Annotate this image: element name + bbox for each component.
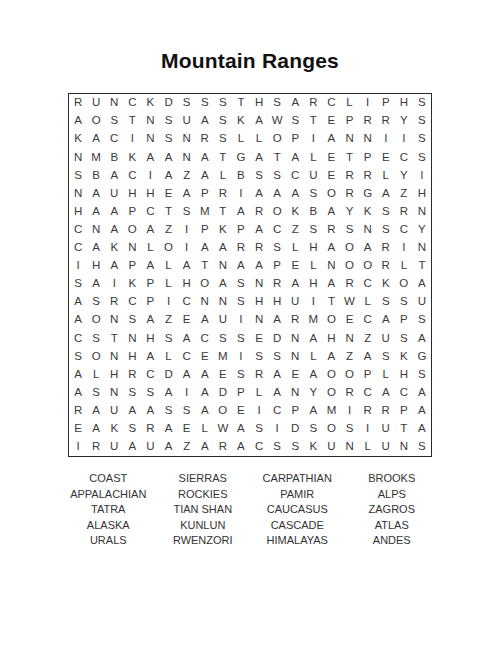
grid-cell-r15c11[interactable]: S: [250, 347, 268, 365]
grid-cell-r12c17[interactable]: L: [359, 293, 377, 311]
grid-cell-r5c10[interactable]: B: [232, 166, 250, 184]
grid-cell-r9c7[interactable]: I: [178, 239, 196, 257]
grid-cell-r14c20[interactable]: A: [413, 329, 431, 347]
grid-cell-r11c3[interactable]: I: [105, 275, 123, 293]
grid-cell-r13c12[interactable]: A: [268, 311, 286, 329]
grid-cell-r16c15[interactable]: O: [322, 366, 340, 384]
grid-cell-r1c3[interactable]: N: [105, 94, 123, 112]
grid-cell-r20c19[interactable]: N: [395, 438, 413, 456]
grid-cell-r7c16[interactable]: Y: [341, 203, 359, 221]
grid-cell-r12c12[interactable]: H: [268, 293, 286, 311]
grid-cell-r9c2[interactable]: A: [87, 239, 105, 257]
grid-cell-r20c3[interactable]: U: [105, 438, 123, 456]
grid-cell-r13c8[interactable]: A: [196, 311, 214, 329]
grid-cell-r20c15[interactable]: U: [322, 438, 340, 456]
grid-cell-r12c8[interactable]: N: [196, 293, 214, 311]
grid-cell-r4c3[interactable]: B: [105, 148, 123, 166]
grid-cell-r14c11[interactable]: E: [250, 329, 268, 347]
grid-cell-r18c20[interactable]: A: [413, 402, 431, 420]
grid-cell-r9c8[interactable]: A: [196, 239, 214, 257]
grid-cell-r1c5[interactable]: K: [141, 94, 159, 112]
grid-cell-r6c1[interactable]: N: [69, 185, 87, 203]
grid-cell-r3c13[interactable]: P: [286, 130, 304, 148]
grid-cell-r14c9[interactable]: S: [214, 329, 232, 347]
grid-cell-r4c17[interactable]: P: [359, 148, 377, 166]
grid-cell-r3c15[interactable]: A: [322, 130, 340, 148]
grid-cell-r6c16[interactable]: R: [341, 185, 359, 203]
grid-cell-r14c14[interactable]: A: [304, 329, 322, 347]
grid-cell-r2c16[interactable]: P: [341, 112, 359, 130]
grid-cell-r1c2[interactable]: U: [87, 94, 105, 112]
grid-cell-r15c2[interactable]: O: [87, 347, 105, 365]
grid-cell-r19c10[interactable]: A: [232, 420, 250, 438]
grid-cell-r5c9[interactable]: L: [214, 166, 232, 184]
grid-cell-r17c15[interactable]: O: [322, 384, 340, 402]
grid-cell-r6c17[interactable]: G: [359, 185, 377, 203]
grid-cell-r16c8[interactable]: A: [196, 366, 214, 384]
grid-cell-r3c19[interactable]: I: [395, 130, 413, 148]
grid-cell-r2c1[interactable]: A: [69, 112, 87, 130]
grid-cell-r4c7[interactable]: N: [178, 148, 196, 166]
grid-cell-r6c15[interactable]: O: [322, 185, 340, 203]
grid-cell-r20c18[interactable]: U: [377, 438, 395, 456]
grid-cell-r7c4[interactable]: P: [123, 203, 141, 221]
grid-cell-r20c10[interactable]: A: [232, 438, 250, 456]
grid-cell-r14c6[interactable]: S: [160, 329, 178, 347]
grid-cell-r10c18[interactable]: R: [377, 257, 395, 275]
grid-cell-r10c14[interactable]: L: [304, 257, 322, 275]
grid-cell-r16c13[interactable]: E: [286, 366, 304, 384]
grid-cell-r5c8[interactable]: A: [196, 166, 214, 184]
grid-cell-r2c11[interactable]: A: [250, 112, 268, 130]
grid-cell-r19c2[interactable]: A: [87, 420, 105, 438]
grid-cell-r16c5[interactable]: C: [141, 366, 159, 384]
grid-cell-r6c20[interactable]: H: [413, 185, 431, 203]
grid-cell-r18c18[interactable]: R: [377, 402, 395, 420]
grid-cell-r4c8[interactable]: A: [196, 148, 214, 166]
grid-cell-r20c6[interactable]: A: [160, 438, 178, 456]
grid-cell-r17c10[interactable]: P: [232, 384, 250, 402]
grid-cell-r15c20[interactable]: G: [413, 347, 431, 365]
grid-cell-r11c15[interactable]: A: [322, 275, 340, 293]
grid-cell-r17c16[interactable]: R: [341, 384, 359, 402]
grid-cell-r10c8[interactable]: T: [196, 257, 214, 275]
grid-cell-r3c7[interactable]: N: [178, 130, 196, 148]
grid-cell-r11c5[interactable]: P: [141, 275, 159, 293]
grid-cell-r19c14[interactable]: S: [304, 420, 322, 438]
grid-cell-r5c15[interactable]: E: [322, 166, 340, 184]
grid-cell-r18c8[interactable]: A: [196, 402, 214, 420]
grid-cell-r13c15[interactable]: O: [322, 311, 340, 329]
grid-cell-r5c4[interactable]: C: [123, 166, 141, 184]
grid-cell-r4c12[interactable]: T: [268, 148, 286, 166]
grid-cell-r8c12[interactable]: C: [268, 221, 286, 239]
grid-cell-r7c18[interactable]: S: [377, 203, 395, 221]
grid-cell-r11c13[interactable]: A: [286, 275, 304, 293]
grid-cell-r2c8[interactable]: A: [196, 112, 214, 130]
grid-cell-r5c7[interactable]: Z: [178, 166, 196, 184]
grid-cell-r7c9[interactable]: T: [214, 203, 232, 221]
grid-cell-r12c11[interactable]: H: [250, 293, 268, 311]
grid-cell-r1c13[interactable]: A: [286, 94, 304, 112]
grid-cell-r20c1[interactable]: I: [69, 438, 87, 456]
grid-cell-r5c16[interactable]: R: [341, 166, 359, 184]
grid-cell-r12c9[interactable]: N: [214, 293, 232, 311]
grid-cell-r8c17[interactable]: N: [359, 221, 377, 239]
grid-cell-r3c11[interactable]: L: [250, 130, 268, 148]
grid-cell-r13c4[interactable]: S: [123, 311, 141, 329]
grid-cell-r16c16[interactable]: O: [341, 366, 359, 384]
grid-cell-r1c20[interactable]: S: [413, 94, 431, 112]
grid-cell-r15c5[interactable]: A: [141, 347, 159, 365]
grid-cell-r5c2[interactable]: B: [87, 166, 105, 184]
grid-cell-r4c20[interactable]: S: [413, 148, 431, 166]
grid-cell-r17c8[interactable]: A: [196, 384, 214, 402]
grid-cell-r3c5[interactable]: N: [141, 130, 159, 148]
grid-cell-r17c13[interactable]: N: [286, 384, 304, 402]
grid-cell-r18c17[interactable]: R: [359, 402, 377, 420]
grid-cell-r15c17[interactable]: A: [359, 347, 377, 365]
grid-cell-r2c7[interactable]: U: [178, 112, 196, 130]
grid-cell-r8c18[interactable]: S: [377, 221, 395, 239]
grid-cell-r16c11[interactable]: R: [250, 366, 268, 384]
grid-cell-r1c9[interactable]: S: [214, 94, 232, 112]
grid-cell-r5c6[interactable]: A: [160, 166, 178, 184]
grid-cell-r14c12[interactable]: D: [268, 329, 286, 347]
grid-cell-r14c18[interactable]: U: [377, 329, 395, 347]
grid-cell-r1c4[interactable]: C: [123, 94, 141, 112]
grid-cell-r9c18[interactable]: R: [377, 239, 395, 257]
grid-cell-r20c8[interactable]: A: [196, 438, 214, 456]
grid-cell-r17c3[interactable]: N: [105, 384, 123, 402]
grid-cell-r17c4[interactable]: S: [123, 384, 141, 402]
grid-cell-r9c16[interactable]: O: [341, 239, 359, 257]
grid-cell-r18c15[interactable]: M: [322, 402, 340, 420]
grid-cell-r19c8[interactable]: L: [196, 420, 214, 438]
grid-cell-r10c1[interactable]: I: [69, 257, 87, 275]
grid-cell-r1c19[interactable]: H: [395, 94, 413, 112]
grid-cell-r20c14[interactable]: K: [304, 438, 322, 456]
grid-cell-r18c16[interactable]: I: [341, 402, 359, 420]
grid-cell-r2c10[interactable]: K: [232, 112, 250, 130]
grid-cell-r17c6[interactable]: A: [160, 384, 178, 402]
grid-cell-r6c12[interactable]: A: [268, 185, 286, 203]
grid-cell-r11c6[interactable]: L: [160, 275, 178, 293]
grid-cell-r20c2[interactable]: R: [87, 438, 105, 456]
grid-cell-r9c13[interactable]: L: [286, 239, 304, 257]
grid-cell-r17c17[interactable]: C: [359, 384, 377, 402]
grid-cell-r5c13[interactable]: C: [286, 166, 304, 184]
grid-cell-r17c20[interactable]: A: [413, 384, 431, 402]
grid-cell-r19c16[interactable]: S: [341, 420, 359, 438]
grid-cell-r3c3[interactable]: C: [105, 130, 123, 148]
grid-cell-r18c5[interactable]: A: [141, 402, 159, 420]
grid-cell-r7c1[interactable]: H: [69, 203, 87, 221]
grid-cell-r2c3[interactable]: S: [105, 112, 123, 130]
grid-cell-r19c4[interactable]: S: [123, 420, 141, 438]
grid-cell-r7c13[interactable]: K: [286, 203, 304, 221]
grid-cell-r12c5[interactable]: P: [141, 293, 159, 311]
grid-cell-r15c18[interactable]: S: [377, 347, 395, 365]
grid-cell-r8c8[interactable]: P: [196, 221, 214, 239]
grid-cell-r13c3[interactable]: N: [105, 311, 123, 329]
grid-cell-r3c2[interactable]: A: [87, 130, 105, 148]
grid-cell-r15c1[interactable]: S: [69, 347, 87, 365]
grid-cell-r9c5[interactable]: L: [141, 239, 159, 257]
grid-cell-r6c10[interactable]: I: [232, 185, 250, 203]
grid-cell-r19c7[interactable]: E: [178, 420, 196, 438]
grid-cell-r11c20[interactable]: A: [413, 275, 431, 293]
grid-cell-r13c18[interactable]: A: [377, 311, 395, 329]
grid-cell-r3c12[interactable]: O: [268, 130, 286, 148]
grid-cell-r11c19[interactable]: O: [395, 275, 413, 293]
grid-cell-r6c13[interactable]: A: [286, 185, 304, 203]
grid-cell-r19c9[interactable]: W: [214, 420, 232, 438]
grid-cell-r18c7[interactable]: S: [178, 402, 196, 420]
grid-cell-r9c14[interactable]: H: [304, 239, 322, 257]
grid-cell-r16c20[interactable]: S: [413, 366, 431, 384]
grid-cell-r13c7[interactable]: E: [178, 311, 196, 329]
grid-cell-r8c4[interactable]: O: [123, 221, 141, 239]
grid-cell-r12c19[interactable]: S: [395, 293, 413, 311]
grid-cell-r1c10[interactable]: T: [232, 94, 250, 112]
grid-cell-r9c17[interactable]: A: [359, 239, 377, 257]
grid-cell-r1c14[interactable]: R: [304, 94, 322, 112]
grid-cell-r4c5[interactable]: A: [141, 148, 159, 166]
grid-cell-r15c14[interactable]: L: [304, 347, 322, 365]
grid-cell-r7c2[interactable]: A: [87, 203, 105, 221]
grid-cell-r8c1[interactable]: C: [69, 221, 87, 239]
grid-cell-r4c6[interactable]: A: [160, 148, 178, 166]
grid-cell-r7c17[interactable]: K: [359, 203, 377, 221]
grid-cell-r11c10[interactable]: S: [232, 275, 250, 293]
grid-cell-r8c10[interactable]: P: [232, 221, 250, 239]
grid-cell-r10c7[interactable]: A: [178, 257, 196, 275]
grid-cell-r7c11[interactable]: R: [250, 203, 268, 221]
grid-cell-r6c8[interactable]: P: [196, 185, 214, 203]
grid-cell-r14c17[interactable]: Z: [359, 329, 377, 347]
grid-cell-r10c20[interactable]: T: [413, 257, 431, 275]
grid-cell-r13c1[interactable]: A: [69, 311, 87, 329]
grid-cell-r16c1[interactable]: A: [69, 366, 87, 384]
grid-cell-r2c9[interactable]: S: [214, 112, 232, 130]
grid-cell-r9c1[interactable]: C: [69, 239, 87, 257]
grid-cell-r4c1[interactable]: N: [69, 148, 87, 166]
grid-cell-r6c9[interactable]: R: [214, 185, 232, 203]
grid-cell-r7c19[interactable]: R: [395, 203, 413, 221]
grid-cell-r8c5[interactable]: A: [141, 221, 159, 239]
grid-cell-r11c7[interactable]: H: [178, 275, 196, 293]
grid-cell-r13c14[interactable]: M: [304, 311, 322, 329]
grid-cell-r12c10[interactable]: S: [232, 293, 250, 311]
grid-cell-r11c17[interactable]: C: [359, 275, 377, 293]
grid-cell-r4c14[interactable]: L: [304, 148, 322, 166]
grid-cell-r19c12[interactable]: I: [268, 420, 286, 438]
grid-cell-r20c17[interactable]: L: [359, 438, 377, 456]
grid-cell-r9c9[interactable]: A: [214, 239, 232, 257]
grid-cell-r9c6[interactable]: O: [160, 239, 178, 257]
grid-cell-r14c3[interactable]: T: [105, 329, 123, 347]
grid-cell-r13c11[interactable]: N: [250, 311, 268, 329]
grid-cell-r15c8[interactable]: E: [196, 347, 214, 365]
grid-cell-r6c14[interactable]: S: [304, 185, 322, 203]
grid-cell-r18c19[interactable]: P: [395, 402, 413, 420]
grid-cell-r14c8[interactable]: C: [196, 329, 214, 347]
grid-cell-r13c16[interactable]: E: [341, 311, 359, 329]
grid-cell-r10c11[interactable]: A: [250, 257, 268, 275]
grid-cell-r9c11[interactable]: R: [250, 239, 268, 257]
grid-cell-r19c1[interactable]: E: [69, 420, 87, 438]
grid-cell-r8c6[interactable]: Z: [160, 221, 178, 239]
grid-cell-r10c17[interactable]: O: [359, 257, 377, 275]
grid-cell-r14c1[interactable]: C: [69, 329, 87, 347]
grid-cell-r4c13[interactable]: A: [286, 148, 304, 166]
grid-cell-r20c9[interactable]: R: [214, 438, 232, 456]
grid-cell-r4c18[interactable]: E: [377, 148, 395, 166]
grid-cell-r14c15[interactable]: H: [322, 329, 340, 347]
grid-cell-r17c12[interactable]: A: [268, 384, 286, 402]
grid-cell-r12c4[interactable]: C: [123, 293, 141, 311]
grid-cell-r3c6[interactable]: S: [160, 130, 178, 148]
grid-cell-r6c19[interactable]: Z: [395, 185, 413, 203]
grid-cell-r14c4[interactable]: N: [123, 329, 141, 347]
grid-cell-r6c4[interactable]: H: [123, 185, 141, 203]
grid-cell-r13c10[interactable]: I: [232, 311, 250, 329]
grid-cell-r19c6[interactable]: A: [160, 420, 178, 438]
grid-cell-r11c11[interactable]: N: [250, 275, 268, 293]
grid-cell-r19c20[interactable]: A: [413, 420, 431, 438]
grid-cell-r15c12[interactable]: S: [268, 347, 286, 365]
grid-cell-r19c15[interactable]: O: [322, 420, 340, 438]
grid-cell-r8c11[interactable]: A: [250, 221, 268, 239]
grid-cell-r3c20[interactable]: S: [413, 130, 431, 148]
grid-cell-r12c14[interactable]: I: [304, 293, 322, 311]
grid-cell-r3c18[interactable]: I: [377, 130, 395, 148]
grid-cell-r7c8[interactable]: M: [196, 203, 214, 221]
grid-cell-r18c2[interactable]: A: [87, 402, 105, 420]
grid-cell-r14c10[interactable]: S: [232, 329, 250, 347]
grid-cell-r10c9[interactable]: N: [214, 257, 232, 275]
grid-cell-r14c2[interactable]: S: [87, 329, 105, 347]
grid-cell-r8c13[interactable]: Z: [286, 221, 304, 239]
grid-cell-r11c12[interactable]: R: [268, 275, 286, 293]
grid-cell-r17c9[interactable]: D: [214, 384, 232, 402]
grid-cell-r12c2[interactable]: S: [87, 293, 105, 311]
grid-cell-r7c3[interactable]: A: [105, 203, 123, 221]
grid-cell-r13c5[interactable]: A: [141, 311, 159, 329]
grid-cell-r10c16[interactable]: O: [341, 257, 359, 275]
grid-cell-r17c14[interactable]: Y: [304, 384, 322, 402]
grid-cell-r2c14[interactable]: T: [304, 112, 322, 130]
grid-cell-r18c3[interactable]: U: [105, 402, 123, 420]
grid-cell-r2c19[interactable]: Y: [395, 112, 413, 130]
grid-cell-r9c10[interactable]: R: [232, 239, 250, 257]
grid-cell-r8c19[interactable]: C: [395, 221, 413, 239]
grid-cell-r11c4[interactable]: K: [123, 275, 141, 293]
grid-cell-r11c8[interactable]: O: [196, 275, 214, 293]
grid-cell-r11c14[interactable]: H: [304, 275, 322, 293]
grid-cell-r16c19[interactable]: H: [395, 366, 413, 384]
grid-cell-r1c7[interactable]: S: [178, 94, 196, 112]
grid-cell-r1c11[interactable]: H: [250, 94, 268, 112]
grid-cell-r10c2[interactable]: H: [87, 257, 105, 275]
grid-cell-r15c3[interactable]: N: [105, 347, 123, 365]
grid-cell-r4c9[interactable]: T: [214, 148, 232, 166]
grid-cell-r17c2[interactable]: S: [87, 384, 105, 402]
grid-cell-r16c6[interactable]: D: [160, 366, 178, 384]
grid-cell-r8c7[interactable]: I: [178, 221, 196, 239]
grid-cell-r5c14[interactable]: U: [304, 166, 322, 184]
grid-cell-r6c5[interactable]: H: [141, 185, 159, 203]
grid-cell-r6c11[interactable]: A: [250, 185, 268, 203]
grid-cell-r20c7[interactable]: Z: [178, 438, 196, 456]
grid-cell-r13c2[interactable]: O: [87, 311, 105, 329]
grid-cell-r16c10[interactable]: S: [232, 366, 250, 384]
grid-cell-r15c13[interactable]: N: [286, 347, 304, 365]
grid-cell-r14c13[interactable]: N: [286, 329, 304, 347]
grid-cell-r20c20[interactable]: S: [413, 438, 431, 456]
grid-cell-r2c2[interactable]: O: [87, 112, 105, 130]
grid-cell-r9c19[interactable]: I: [395, 239, 413, 257]
grid-cell-r15c10[interactable]: I: [232, 347, 250, 365]
grid-cell-r18c14[interactable]: A: [304, 402, 322, 420]
grid-cell-r6c3[interactable]: U: [105, 185, 123, 203]
grid-cell-r12c20[interactable]: U: [413, 293, 431, 311]
grid-cell-r14c16[interactable]: N: [341, 329, 359, 347]
grid-cell-r18c11[interactable]: I: [250, 402, 268, 420]
grid-cell-r5c20[interactable]: I: [413, 166, 431, 184]
grid-cell-r1c1[interactable]: R: [69, 94, 87, 112]
grid-cell-r2c6[interactable]: S: [160, 112, 178, 130]
grid-cell-r3c14[interactable]: I: [304, 130, 322, 148]
grid-cell-r17c19[interactable]: C: [395, 384, 413, 402]
grid-cell-r5c11[interactable]: S: [250, 166, 268, 184]
grid-cell-r8c14[interactable]: S: [304, 221, 322, 239]
grid-cell-r18c6[interactable]: S: [160, 402, 178, 420]
grid-cell-r17c5[interactable]: S: [141, 384, 159, 402]
grid-cell-r9c3[interactable]: K: [105, 239, 123, 257]
grid-cell-r4c19[interactable]: C: [395, 148, 413, 166]
grid-cell-r10c12[interactable]: P: [268, 257, 286, 275]
grid-cell-r16c14[interactable]: A: [304, 366, 322, 384]
grid-cell-r5c5[interactable]: I: [141, 166, 159, 184]
grid-cell-r3c4[interactable]: I: [123, 130, 141, 148]
grid-cell-r5c19[interactable]: Y: [395, 166, 413, 184]
grid-cell-r11c16[interactable]: R: [341, 275, 359, 293]
grid-cell-r9c15[interactable]: A: [322, 239, 340, 257]
grid-cell-r15c6[interactable]: L: [160, 347, 178, 365]
grid-cell-r15c4[interactable]: H: [123, 347, 141, 365]
grid-cell-r16c18[interactable]: L: [377, 366, 395, 384]
grid-cell-r10c15[interactable]: N: [322, 257, 340, 275]
grid-cell-r1c6[interactable]: D: [160, 94, 178, 112]
grid-cell-r16c3[interactable]: H: [105, 366, 123, 384]
grid-cell-r15c7[interactable]: C: [178, 347, 196, 365]
grid-cell-r2c20[interactable]: S: [413, 112, 431, 130]
grid-cell-r19c3[interactable]: K: [105, 420, 123, 438]
grid-cell-r18c4[interactable]: A: [123, 402, 141, 420]
grid-cell-r1c16[interactable]: L: [341, 94, 359, 112]
grid-cell-r16c4[interactable]: R: [123, 366, 141, 384]
grid-cell-r9c12[interactable]: S: [268, 239, 286, 257]
grid-cell-r8c2[interactable]: N: [87, 221, 105, 239]
grid-cell-r7c14[interactable]: B: [304, 203, 322, 221]
grid-cell-r3c1[interactable]: K: [69, 130, 87, 148]
grid-cell-r2c17[interactable]: R: [359, 112, 377, 130]
grid-cell-r19c5[interactable]: R: [141, 420, 159, 438]
grid-cell-r14c7[interactable]: A: [178, 329, 196, 347]
grid-cell-r5c17[interactable]: R: [359, 166, 377, 184]
